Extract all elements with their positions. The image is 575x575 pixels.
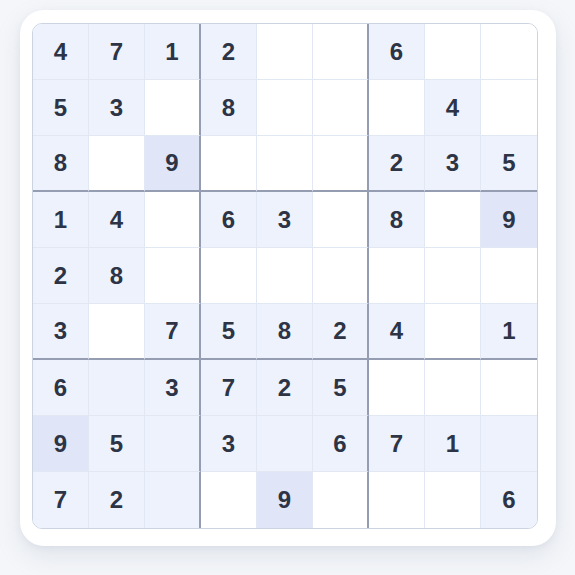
cell-r9c4[interactable] [201,472,257,528]
cell-r5c3[interactable] [145,248,201,304]
cell-r3c7[interactable]: 2 [369,136,425,192]
cell-r8c6[interactable]: 6 [313,416,369,472]
cell-r8c7[interactable]: 7 [369,416,425,472]
cell-r1c6[interactable] [313,24,369,80]
cell-r4c8[interactable] [425,192,481,248]
cell-r5c6[interactable] [313,248,369,304]
cell-r6c1[interactable]: 3 [33,304,89,360]
cell-r4c6[interactable] [313,192,369,248]
cell-r9c2[interactable]: 2 [89,472,145,528]
cell-r4c3[interactable] [145,192,201,248]
cell-r7c7[interactable] [369,360,425,416]
sudoku-grid: 4712653848923514638928375824163725953671… [32,23,538,529]
sudoku-card: 4712653848923514638928375824163725953671… [20,10,556,546]
cell-r6c5[interactable]: 8 [257,304,313,360]
cell-r5c4[interactable] [201,248,257,304]
cell-r7c5[interactable]: 2 [257,360,313,416]
cell-r4c4[interactable]: 6 [201,192,257,248]
cell-r5c5[interactable] [257,248,313,304]
cell-r7c9[interactable] [481,360,537,416]
cell-r4c9[interactable]: 9 [481,192,537,248]
cell-r9c9[interactable]: 6 [481,472,537,528]
cell-r5c8[interactable] [425,248,481,304]
cell-r9c5[interactable]: 9 [257,472,313,528]
cell-r5c9[interactable] [481,248,537,304]
cell-r3c3[interactable]: 9 [145,136,201,192]
cell-r7c2[interactable] [89,360,145,416]
cell-r5c2[interactable]: 8 [89,248,145,304]
cell-r5c1[interactable]: 2 [33,248,89,304]
cell-r6c6[interactable]: 2 [313,304,369,360]
cell-r8c4[interactable]: 3 [201,416,257,472]
cell-r7c6[interactable]: 5 [313,360,369,416]
page-background: 4712653848923514638928375824163725953671… [0,0,575,575]
cell-r5c7[interactable] [369,248,425,304]
cell-r7c8[interactable] [425,360,481,416]
cell-r6c2[interactable] [89,304,145,360]
cell-r3c9[interactable]: 5 [481,136,537,192]
cell-r1c4[interactable]: 2 [201,24,257,80]
cell-r4c7[interactable]: 8 [369,192,425,248]
cell-r2c9[interactable] [481,80,537,136]
cell-r6c4[interactable]: 5 [201,304,257,360]
cell-r7c4[interactable]: 7 [201,360,257,416]
cell-r2c1[interactable]: 5 [33,80,89,136]
cell-r9c3[interactable] [145,472,201,528]
cell-r6c8[interactable] [425,304,481,360]
cell-r8c3[interactable] [145,416,201,472]
cell-r8c2[interactable]: 5 [89,416,145,472]
cell-r1c3[interactable]: 1 [145,24,201,80]
cell-r9c8[interactable] [425,472,481,528]
cell-r1c8[interactable] [425,24,481,80]
cell-r3c8[interactable]: 3 [425,136,481,192]
cell-r2c2[interactable]: 3 [89,80,145,136]
cell-r7c1[interactable]: 6 [33,360,89,416]
cell-r4c2[interactable]: 4 [89,192,145,248]
cell-r4c1[interactable]: 1 [33,192,89,248]
cell-r9c6[interactable] [313,472,369,528]
cell-r1c5[interactable] [257,24,313,80]
cell-r8c5[interactable] [257,416,313,472]
cell-r3c1[interactable]: 8 [33,136,89,192]
cell-r3c2[interactable] [89,136,145,192]
cell-r1c2[interactable]: 7 [89,24,145,80]
cell-r2c8[interactable]: 4 [425,80,481,136]
cell-r9c7[interactable] [369,472,425,528]
cell-r1c7[interactable]: 6 [369,24,425,80]
cell-r3c4[interactable] [201,136,257,192]
cell-r6c7[interactable]: 4 [369,304,425,360]
cell-r1c1[interactable]: 4 [33,24,89,80]
cell-r1c9[interactable] [481,24,537,80]
cell-r3c6[interactable] [313,136,369,192]
cell-r8c8[interactable]: 1 [425,416,481,472]
cell-r8c9[interactable] [481,416,537,472]
cell-r4c5[interactable]: 3 [257,192,313,248]
cell-r8c1[interactable]: 9 [33,416,89,472]
cell-r6c9[interactable]: 1 [481,304,537,360]
cell-r2c5[interactable] [257,80,313,136]
cell-r2c3[interactable] [145,80,201,136]
cell-r2c7[interactable] [369,80,425,136]
cell-r2c4[interactable]: 8 [201,80,257,136]
cell-r2c6[interactable] [313,80,369,136]
cell-r6c3[interactable]: 7 [145,304,201,360]
cell-r7c3[interactable]: 3 [145,360,201,416]
cell-r3c5[interactable] [257,136,313,192]
cell-r9c1[interactable]: 7 [33,472,89,528]
